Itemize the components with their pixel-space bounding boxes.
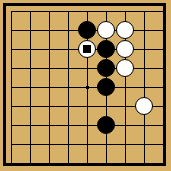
white-stone[interactable] [135, 97, 153, 115]
white-stone[interactable] [116, 21, 134, 39]
go-board[interactable] [0, 0, 171, 171]
black-stone[interactable] [97, 59, 115, 77]
board-intersection[interactable] [97, 59, 116, 78]
white-stone[interactable] [116, 40, 134, 58]
board-intersection[interactable] [135, 97, 154, 116]
board-intersection[interactable] [116, 59, 135, 78]
board-intersection[interactable] [78, 21, 97, 40]
board-intersection[interactable] [97, 40, 116, 59]
board-intersection[interactable] [97, 78, 116, 97]
white-stone[interactable] [97, 21, 115, 39]
black-stone[interactable] [97, 40, 115, 58]
board-intersection[interactable] [97, 21, 116, 40]
white-stone[interactable] [116, 59, 134, 77]
board-intersection[interactable] [116, 40, 135, 59]
black-stone[interactable] [78, 21, 96, 39]
board-intersection[interactable] [78, 40, 97, 59]
white-stone-marked[interactable] [78, 40, 96, 58]
black-stone[interactable] [97, 116, 115, 134]
board-intersection[interactable] [116, 21, 135, 40]
square-marker-icon [83, 45, 91, 53]
black-stone[interactable] [97, 78, 115, 96]
board-intersection[interactable] [97, 116, 116, 135]
star-point [86, 86, 89, 89]
